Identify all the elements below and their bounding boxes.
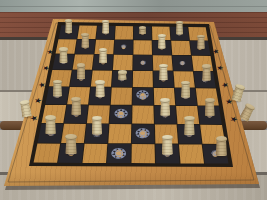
peg-top [53, 80, 62, 85]
peg-r2c6[interactable] [158, 36, 166, 49]
rail-star-icon: ★ [37, 81, 47, 89]
peg-r4c2[interactable] [77, 65, 86, 79]
peg-r2c8[interactable] [197, 36, 205, 49]
peg-r8c6[interactable] [162, 137, 173, 155]
peg-top [65, 134, 76, 140]
peg-top [92, 116, 103, 121]
peg-r4c6[interactable] [159, 66, 168, 80]
peg-r5c1[interactable] [53, 82, 62, 97]
peg-r7c7[interactable] [184, 118, 195, 135]
peg-r2c2[interactable] [81, 35, 89, 48]
peg-top [59, 47, 67, 51]
peg-top [77, 63, 86, 67]
peg-r1c3[interactable] [102, 21, 109, 33]
peg-r3c1[interactable] [59, 49, 67, 63]
peg-r5c3[interactable] [95, 82, 104, 97]
peg-top [202, 64, 211, 68]
peg-top [216, 136, 227, 142]
peg-body [159, 66, 168, 80]
peg-top [118, 70, 127, 74]
peg-r6c8[interactable] [205, 100, 215, 116]
peg-body [176, 22, 183, 34]
peg-r8c8[interactable] [216, 139, 227, 157]
peg-body [102, 21, 109, 33]
peg-r4c8[interactable] [202, 66, 211, 80]
peg-top [158, 34, 166, 38]
peg-top [45, 115, 56, 120]
peg-r8c2[interactable] [65, 137, 76, 155]
peg-r5c7[interactable] [181, 83, 190, 98]
rail-star-icon: ★ [46, 49, 53, 55]
photo-scene: ❁❁❁❁❁❁❁❁❁❁❁❁❁❁❁❁❁❁❂❁❁❂❁❁❁❁❂❁❁❂❁❁★★★★★★★★… [0, 0, 267, 200]
peg-top [139, 26, 146, 30]
peg-top [95, 80, 104, 85]
peg-r6c6[interactable] [160, 100, 170, 116]
peg-r1c5[interactable] [139, 28, 146, 34]
peg-top [65, 19, 72, 23]
peg-r3c3[interactable] [99, 50, 107, 64]
peg-r1c1[interactable] [65, 21, 72, 33]
peg-top [205, 98, 215, 103]
peg-r4c4[interactable] [118, 72, 127, 79]
peg-r7c3[interactable] [92, 118, 103, 135]
peg-r7c1[interactable] [45, 118, 56, 135]
peg-body [197, 36, 205, 49]
peg-r6c2[interactable] [71, 99, 81, 115]
peg-r1c7[interactable] [176, 22, 183, 34]
peg-top [160, 98, 170, 103]
